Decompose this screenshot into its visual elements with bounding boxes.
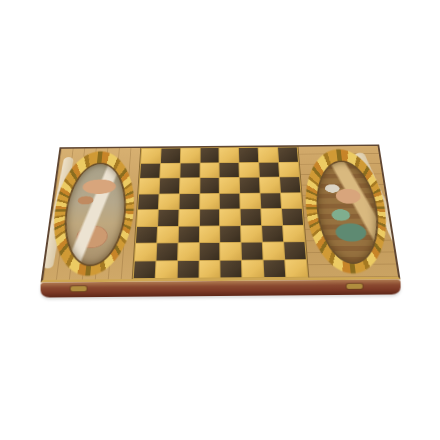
board-square[interactable] — [200, 193, 220, 208]
board-square[interactable] — [199, 243, 220, 260]
board-square[interactable] — [221, 243, 242, 260]
board-square[interactable] — [221, 260, 242, 277]
board-square[interactable] — [281, 193, 302, 208]
left-decor-panel — [43, 148, 140, 280]
board-square[interactable] — [259, 148, 278, 162]
board-square[interactable] — [221, 226, 241, 242]
board-square[interactable] — [241, 226, 262, 242]
board-square[interactable] — [156, 261, 177, 278]
board-square[interactable] — [241, 193, 261, 208]
right-decor-panel — [298, 146, 398, 278]
board-square[interactable] — [199, 226, 219, 242]
board-square[interactable] — [135, 243, 156, 260]
case-front-edge — [41, 279, 401, 297]
board-square[interactable] — [138, 194, 158, 209]
board-square[interactable] — [179, 210, 199, 226]
board-square[interactable] — [137, 210, 158, 226]
board-square[interactable] — [200, 148, 219, 162]
board-square[interactable] — [180, 163, 199, 178]
board-square[interactable] — [140, 163, 160, 178]
board-square[interactable] — [242, 260, 263, 277]
board-square[interactable] — [161, 148, 180, 162]
board-square[interactable] — [178, 226, 198, 242]
board-square[interactable] — [159, 178, 179, 193]
board-square[interactable] — [240, 178, 260, 193]
board-square[interactable] — [263, 242, 284, 259]
board-square[interactable] — [220, 193, 240, 208]
brass-latch-right — [347, 284, 363, 289]
board-square[interactable] — [278, 147, 298, 161]
board-square[interactable] — [279, 162, 299, 177]
board-square[interactable] — [280, 177, 300, 192]
board-square[interactable] — [284, 242, 306, 259]
board-square[interactable] — [141, 149, 160, 163]
board-square[interactable] — [220, 163, 239, 178]
board-square[interactable] — [200, 178, 219, 193]
game-case — [0, 0, 440, 440]
board-square[interactable] — [178, 243, 199, 260]
board-square[interactable] — [200, 163, 219, 178]
board-square[interactable] — [220, 148, 239, 162]
board-square[interactable] — [179, 194, 199, 209]
board-square[interactable] — [199, 260, 220, 277]
board-perspective-wrapper — [39, 109, 400, 282]
board-square[interactable] — [239, 148, 258, 162]
board-square[interactable] — [181, 148, 200, 162]
board-square[interactable] — [282, 209, 303, 225]
board-square[interactable] — [285, 260, 307, 277]
board-square[interactable] — [259, 162, 279, 177]
board-square[interactable] — [180, 178, 199, 193]
board-square[interactable] — [157, 226, 178, 242]
board-square[interactable] — [156, 243, 177, 260]
board-square[interactable] — [242, 243, 263, 260]
board-square[interactable] — [241, 209, 261, 225]
board-square[interactable] — [262, 225, 283, 241]
product-photo — [0, 0, 440, 440]
board-surface — [41, 145, 401, 283]
board-square[interactable] — [262, 209, 283, 225]
board-square[interactable] — [139, 178, 159, 193]
board-square[interactable] — [158, 210, 178, 226]
board-square[interactable] — [159, 194, 179, 209]
board-square[interactable] — [177, 261, 198, 278]
board-square[interactable] — [200, 209, 220, 225]
board-square[interactable] — [260, 177, 280, 192]
board-square[interactable] — [283, 225, 304, 241]
board-square[interactable] — [240, 162, 259, 177]
board-square[interactable] — [264, 260, 286, 277]
brass-latch-left — [71, 286, 87, 291]
board-square[interactable] — [134, 261, 156, 278]
board-square[interactable] — [220, 178, 239, 193]
board-square[interactable] — [136, 226, 157, 242]
board-square[interactable] — [160, 163, 179, 178]
checkerboard — [132, 147, 310, 279]
board-square[interactable] — [261, 193, 281, 208]
board-square[interactable] — [220, 209, 240, 225]
